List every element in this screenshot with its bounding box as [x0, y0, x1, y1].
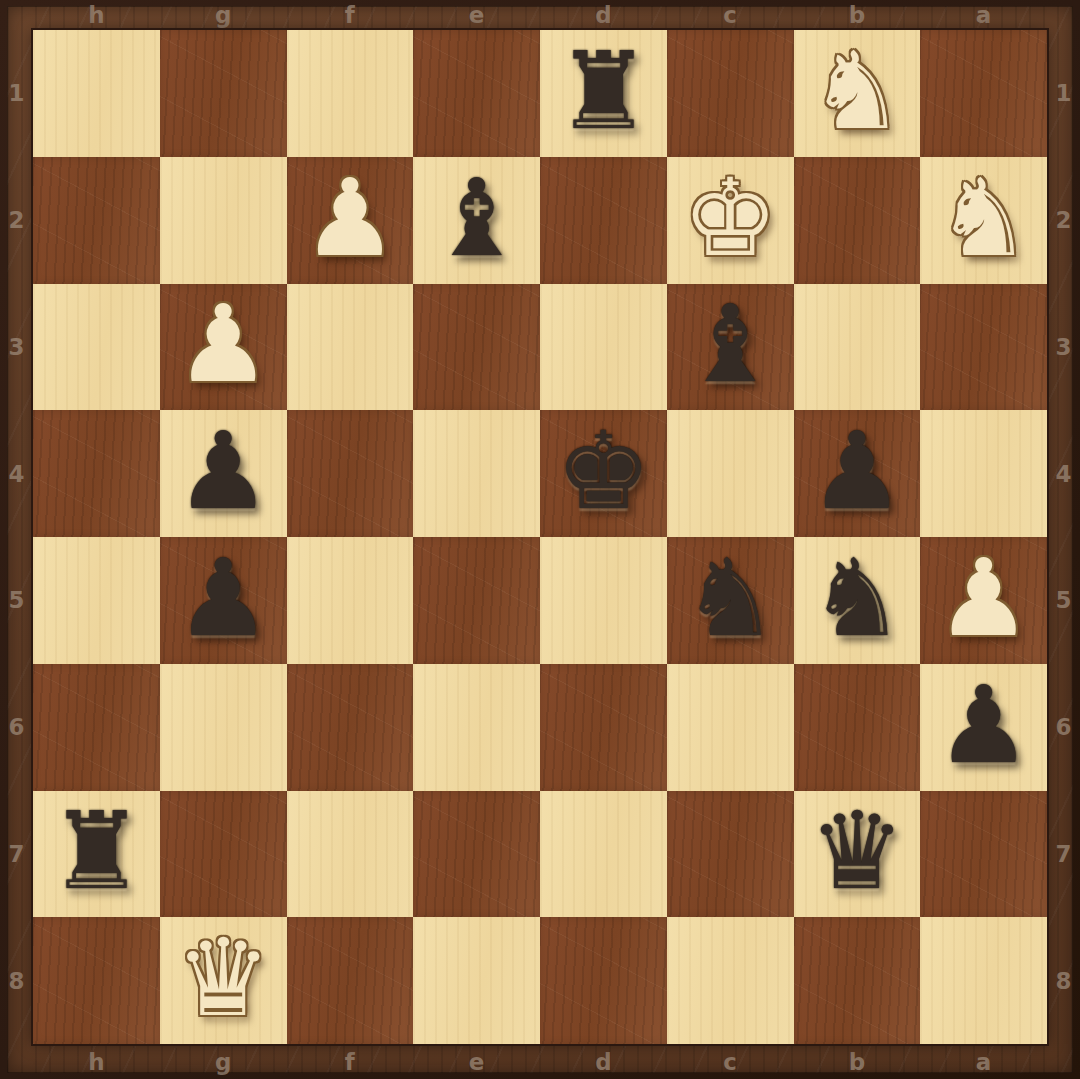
square-c2[interactable]: ♚ — [667, 157, 794, 284]
square-d7[interactable] — [540, 791, 667, 918]
square-c1[interactable] — [667, 30, 794, 157]
square-b2[interactable] — [794, 157, 921, 284]
square-d3[interactable] — [540, 284, 667, 411]
file-label-a: a — [920, 0, 1047, 30]
square-c3[interactable]: ♝ — [667, 284, 794, 411]
black-pawn-a6[interactable]: ♟ — [936, 672, 1032, 779]
black-rook-d1[interactable]: ♜ — [555, 38, 651, 145]
white-pawn-a5[interactable]: ♟ — [936, 545, 1032, 652]
square-e6[interactable] — [413, 664, 540, 791]
chess-app-window: hgfedcba hgfedcba 12345678 12345678 ♜♞♟♝… — [0, 0, 1080, 1079]
square-e8[interactable] — [413, 917, 540, 1044]
file-label-h: h — [33, 1044, 160, 1079]
file-label-f: f — [287, 1044, 414, 1079]
rank-label-4: 4 — [1047, 410, 1080, 537]
square-d8[interactable] — [540, 917, 667, 1044]
square-c7[interactable] — [667, 791, 794, 918]
square-h8[interactable] — [33, 917, 160, 1044]
rank-label-2: 2 — [0, 157, 33, 284]
black-bishop-e2[interactable]: ♝ — [429, 165, 525, 272]
square-a6[interactable]: ♟ — [920, 664, 1047, 791]
rank-label-5: 5 — [0, 537, 33, 664]
rank-label-7: 7 — [0, 791, 33, 918]
square-h5[interactable] — [33, 537, 160, 664]
square-f6[interactable] — [287, 664, 414, 791]
file-label-g: g — [160, 1044, 287, 1079]
square-g1[interactable] — [160, 30, 287, 157]
file-labels-top: hgfedcba — [33, 0, 1047, 30]
chess-board: ♜♞♟♝♚♞♟♝♟♚♟♟♞♞♟♟♜♛♛ — [33, 30, 1047, 1044]
white-knight-b1[interactable]: ♞ — [809, 38, 905, 145]
black-pawn-b4[interactable]: ♟ — [809, 418, 905, 525]
square-g8[interactable]: ♛ — [160, 917, 287, 1044]
rank-label-1: 1 — [0, 30, 33, 157]
file-label-e: e — [413, 1044, 540, 1079]
square-c5[interactable]: ♞ — [667, 537, 794, 664]
square-h1[interactable] — [33, 30, 160, 157]
black-knight-b5[interactable]: ♞ — [809, 545, 905, 652]
square-c4[interactable] — [667, 410, 794, 537]
rank-label-2: 2 — [1047, 157, 1080, 284]
square-e2[interactable]: ♝ — [413, 157, 540, 284]
black-king-d4[interactable]: ♚ — [555, 418, 651, 525]
file-label-a: a — [920, 1044, 1047, 1079]
white-pawn-f2[interactable]: ♟ — [302, 165, 398, 272]
square-d4[interactable]: ♚ — [540, 410, 667, 537]
square-e7[interactable] — [413, 791, 540, 918]
square-a7[interactable] — [920, 791, 1047, 918]
square-f8[interactable] — [287, 917, 414, 1044]
file-label-h: h — [33, 0, 160, 30]
black-knight-c5[interactable]: ♞ — [682, 545, 778, 652]
black-pawn-g4[interactable]: ♟ — [175, 418, 271, 525]
square-a5[interactable]: ♟ — [920, 537, 1047, 664]
square-d2[interactable] — [540, 157, 667, 284]
square-f2[interactable]: ♟ — [287, 157, 414, 284]
square-f1[interactable] — [287, 30, 414, 157]
file-label-c: c — [667, 0, 794, 30]
rank-label-4: 4 — [0, 410, 33, 537]
square-h7[interactable]: ♜ — [33, 791, 160, 918]
square-a8[interactable] — [920, 917, 1047, 1044]
white-knight-a2[interactable]: ♞ — [936, 165, 1032, 272]
rank-label-7: 7 — [1047, 791, 1080, 918]
square-b6[interactable] — [794, 664, 921, 791]
square-a1[interactable] — [920, 30, 1047, 157]
black-queen-b7[interactable]: ♛ — [809, 798, 905, 905]
file-label-d: d — [540, 1044, 667, 1079]
square-g6[interactable] — [160, 664, 287, 791]
square-g4[interactable]: ♟ — [160, 410, 287, 537]
square-d5[interactable] — [540, 537, 667, 664]
rank-label-1: 1 — [1047, 30, 1080, 157]
rank-label-6: 6 — [0, 664, 33, 791]
square-d1[interactable]: ♜ — [540, 30, 667, 157]
black-rook-h7[interactable]: ♜ — [48, 798, 144, 905]
square-h6[interactable] — [33, 664, 160, 791]
square-h2[interactable] — [33, 157, 160, 284]
square-b7[interactable]: ♛ — [794, 791, 921, 918]
square-g3[interactable]: ♟ — [160, 284, 287, 411]
square-b3[interactable] — [794, 284, 921, 411]
file-labels-bottom: hgfedcba — [33, 1044, 1047, 1079]
rank-labels-left: 12345678 — [0, 30, 33, 1044]
rank-labels-right: 12345678 — [1047, 30, 1080, 1044]
square-b1[interactable]: ♞ — [794, 30, 921, 157]
rank-label-3: 3 — [1047, 284, 1080, 411]
square-f4[interactable] — [287, 410, 414, 537]
file-label-c: c — [667, 1044, 794, 1079]
rank-label-8: 8 — [0, 917, 33, 1044]
square-a3[interactable] — [920, 284, 1047, 411]
square-h3[interactable] — [33, 284, 160, 411]
file-label-e: e — [413, 0, 540, 30]
square-c8[interactable] — [667, 917, 794, 1044]
square-e1[interactable] — [413, 30, 540, 157]
black-pawn-g5[interactable]: ♟ — [175, 545, 271, 652]
white-king-c2[interactable]: ♚ — [682, 165, 778, 272]
square-b8[interactable] — [794, 917, 921, 1044]
square-g7[interactable] — [160, 791, 287, 918]
file-label-b: b — [794, 1044, 921, 1079]
white-queen-g8[interactable]: ♛ — [175, 925, 271, 1032]
rank-label-3: 3 — [0, 284, 33, 411]
square-b4[interactable]: ♟ — [794, 410, 921, 537]
square-f3[interactable] — [287, 284, 414, 411]
square-f5[interactable] — [287, 537, 414, 664]
square-d6[interactable] — [540, 664, 667, 791]
square-e5[interactable] — [413, 537, 540, 664]
file-label-d: d — [540, 0, 667, 30]
square-e4[interactable] — [413, 410, 540, 537]
square-h4[interactable] — [33, 410, 160, 537]
square-g2[interactable] — [160, 157, 287, 284]
rank-label-8: 8 — [1047, 917, 1080, 1044]
square-b5[interactable]: ♞ — [794, 537, 921, 664]
rank-label-5: 5 — [1047, 537, 1080, 664]
file-label-b: b — [794, 0, 921, 30]
square-e3[interactable] — [413, 284, 540, 411]
square-g5[interactable]: ♟ — [160, 537, 287, 664]
square-f7[interactable] — [287, 791, 414, 918]
file-label-f: f — [287, 0, 414, 30]
black-bishop-c3[interactable]: ♝ — [682, 291, 778, 398]
white-pawn-g3[interactable]: ♟ — [175, 291, 271, 398]
square-c6[interactable] — [667, 664, 794, 791]
rank-label-6: 6 — [1047, 664, 1080, 791]
square-a2[interactable]: ♞ — [920, 157, 1047, 284]
file-label-g: g — [160, 0, 287, 30]
square-a4[interactable] — [920, 410, 1047, 537]
